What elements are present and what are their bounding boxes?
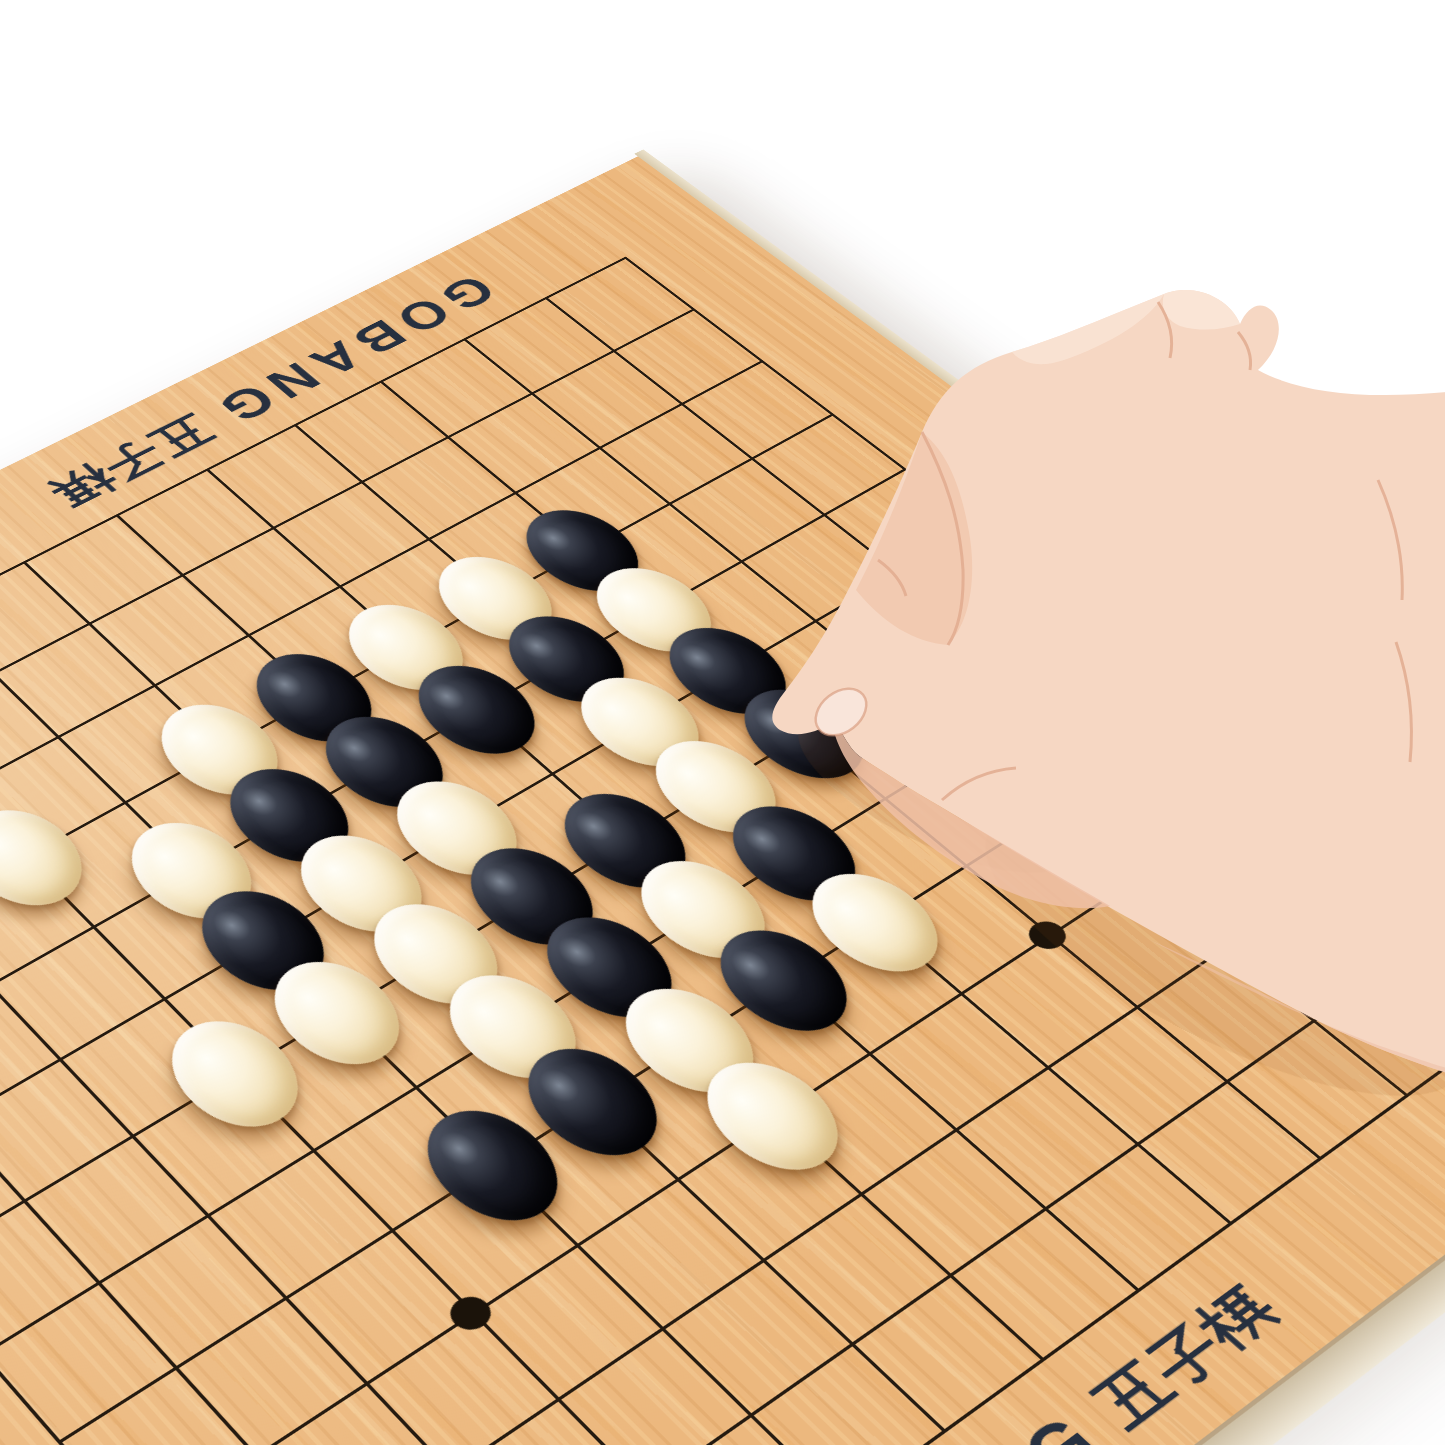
hand-placing-stone bbox=[0, 0, 1445, 1445]
gobang-photo-scene: { "game": "gobang (gomoku / five-in-a-ro… bbox=[0, 0, 1445, 1445]
